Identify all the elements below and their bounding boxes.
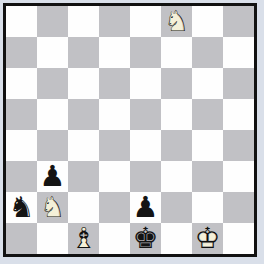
square-c2[interactable] [68,192,99,223]
square-h3[interactable] [223,161,254,192]
piece-outline-layer: ♘ [37,192,68,223]
square-b8[interactable] [37,6,68,37]
square-d3[interactable] [99,161,130,192]
square-h5[interactable] [223,99,254,130]
square-b3[interactable]: ♟ [37,161,68,192]
square-e1[interactable]: ♚ [130,223,161,254]
square-g8[interactable] [192,6,223,37]
chessboard: ♞♘♟♞♞♘♟♝♗♚♚♔ [6,6,254,254]
square-c5[interactable] [68,99,99,130]
white-knight-f8-icon: ♞♘ [161,6,192,37]
square-c4[interactable] [68,130,99,161]
square-g1[interactable]: ♚♔ [192,223,223,254]
black-pawn-e2-icon: ♟ [130,192,161,223]
square-h8[interactable] [223,6,254,37]
square-g3[interactable] [192,161,223,192]
square-g4[interactable] [192,130,223,161]
black-king-e1-icon: ♚ [130,223,161,254]
square-g5[interactable] [192,99,223,130]
diagram-page: ♞♘♟♞♞♘♟♝♗♚♚♔ [0,0,264,264]
square-g7[interactable] [192,37,223,68]
square-e7[interactable] [130,37,161,68]
square-e3[interactable] [130,161,161,192]
piece-outline-layer: ♔ [192,223,223,254]
board-frame: ♞♘♟♞♞♘♟♝♗♚♚♔ [3,3,257,257]
square-g2[interactable] [192,192,223,223]
square-h6[interactable] [223,68,254,99]
piece-fill-layer: ♟ [130,192,161,223]
square-d1[interactable] [99,223,130,254]
square-d7[interactable] [99,37,130,68]
square-c1[interactable]: ♝♗ [68,223,99,254]
square-f6[interactable] [161,68,192,99]
square-a3[interactable] [6,161,37,192]
square-b5[interactable] [37,99,68,130]
square-c7[interactable] [68,37,99,68]
square-f7[interactable] [161,37,192,68]
white-king-g1-icon: ♚♔ [192,223,223,254]
square-h4[interactable] [223,130,254,161]
square-e6[interactable] [130,68,161,99]
square-h2[interactable] [223,192,254,223]
square-a4[interactable] [6,130,37,161]
square-a1[interactable] [6,223,37,254]
square-e8[interactable] [130,6,161,37]
white-knight-b2-icon: ♞♘ [37,192,68,223]
square-b7[interactable] [37,37,68,68]
square-d4[interactable] [99,130,130,161]
square-a7[interactable] [6,37,37,68]
piece-fill-layer: ♚ [130,223,161,254]
square-c3[interactable] [68,161,99,192]
square-g6[interactable] [192,68,223,99]
square-c6[interactable] [68,68,99,99]
square-b1[interactable] [37,223,68,254]
square-c8[interactable] [68,6,99,37]
square-f4[interactable] [161,130,192,161]
piece-outline-layer: ♗ [68,223,99,254]
square-b2[interactable]: ♞♘ [37,192,68,223]
black-knight-a2-icon: ♞ [6,192,37,223]
square-f1[interactable] [161,223,192,254]
black-pawn-b3-icon: ♟ [37,161,68,192]
square-d8[interactable] [99,6,130,37]
square-a6[interactable] [6,68,37,99]
square-f8[interactable]: ♞♘ [161,6,192,37]
square-f2[interactable] [161,192,192,223]
white-bishop-c1-icon: ♝♗ [68,223,99,254]
square-b4[interactable] [37,130,68,161]
square-e4[interactable] [130,130,161,161]
square-f5[interactable] [161,99,192,130]
piece-fill-layer: ♞ [6,192,37,223]
square-f3[interactable] [161,161,192,192]
square-a2[interactable]: ♞ [6,192,37,223]
square-d2[interactable] [99,192,130,223]
square-h7[interactable] [223,37,254,68]
piece-outline-layer: ♘ [161,6,192,37]
square-a5[interactable] [6,99,37,130]
square-d6[interactable] [99,68,130,99]
square-h1[interactable] [223,223,254,254]
piece-fill-layer: ♟ [37,161,68,192]
square-e2[interactable]: ♟ [130,192,161,223]
square-e5[interactable] [130,99,161,130]
square-b6[interactable] [37,68,68,99]
square-d5[interactable] [99,99,130,130]
square-a8[interactable] [6,6,37,37]
